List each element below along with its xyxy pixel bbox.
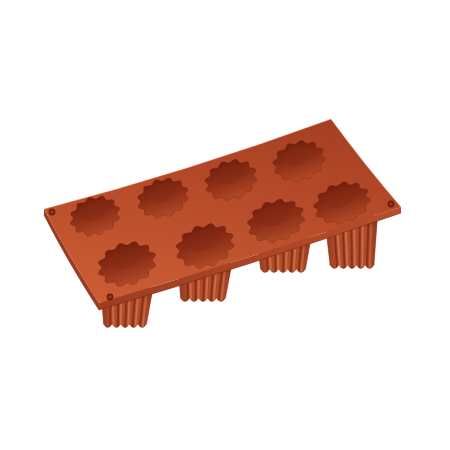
corner-hole [107,294,112,299]
corner-hole [49,209,54,214]
mould-illustration [0,0,450,450]
product-photo [0,0,450,450]
corner-hole [388,201,393,206]
